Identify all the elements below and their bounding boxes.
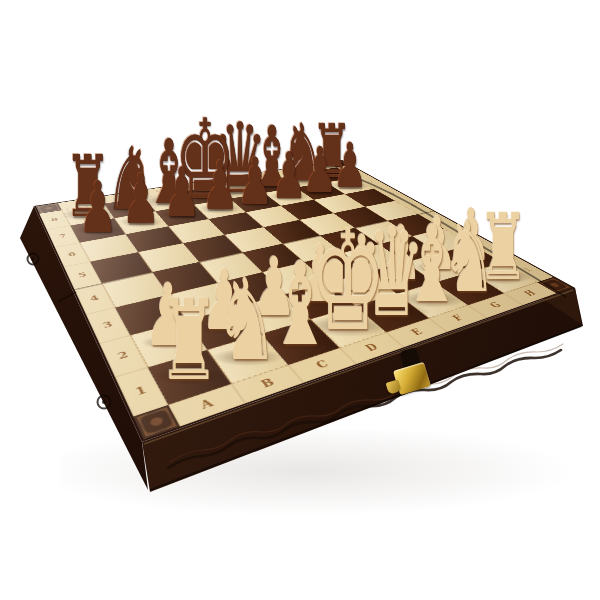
chess-box: ABCDEFGH8877665544332211ABCDEFGH ♜♞♝♚♛♝♞… bbox=[0, 0, 600, 600]
product-photo-stage: ABCDEFGH8877665544332211ABCDEFGH ♜♞♝♚♛♝♞… bbox=[0, 0, 600, 600]
